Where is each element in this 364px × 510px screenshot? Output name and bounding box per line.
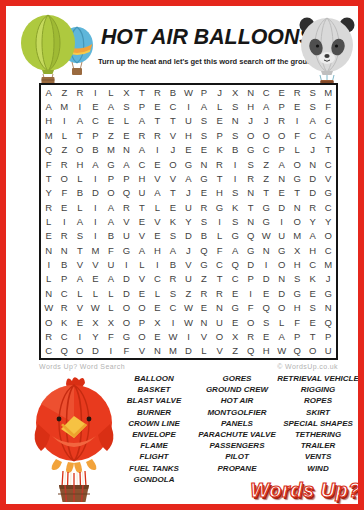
grid-cell: R: [196, 200, 212, 214]
grid-cell: A: [103, 214, 119, 228]
words-up-logo: Words Up?: [231, 479, 361, 502]
grid-cell: G: [258, 200, 274, 214]
grid-cell: M: [320, 85, 336, 99]
grid-cell: P: [274, 99, 290, 113]
grid-cell: A: [258, 99, 274, 113]
grid-cell: E: [196, 186, 212, 200]
grid-cell: Q: [57, 344, 73, 358]
hot-air-balloons-icon: [18, 14, 102, 86]
grid-cell: W: [181, 301, 197, 315]
grid-cell: W: [88, 301, 104, 315]
grid-cell: Y: [305, 214, 321, 228]
grid-cell: A: [150, 186, 166, 200]
grid-cell: B: [88, 142, 104, 156]
grid-cell: F: [41, 157, 57, 171]
grid-cell: R: [41, 329, 57, 343]
grid-cell: A: [181, 171, 197, 185]
grid-cell: R: [150, 85, 166, 99]
grid-cell: P: [196, 85, 212, 99]
grid-cell: C: [41, 344, 57, 358]
grid-cell: L: [196, 344, 212, 358]
grid-cell: K: [57, 315, 73, 329]
grid-cell: E: [150, 229, 166, 243]
grid-cell: P: [134, 99, 150, 113]
grid-cell: Z: [227, 344, 243, 358]
grid-cell: D: [119, 286, 135, 300]
grid-cell: O: [41, 315, 57, 329]
grid-cell: E: [134, 286, 150, 300]
grid-cell: S: [305, 85, 321, 99]
grid-cell: L: [274, 315, 290, 329]
grid-cell: H: [212, 186, 228, 200]
grid-cell: P: [103, 171, 119, 185]
grid-cell: L: [150, 200, 166, 214]
grid-cell: G: [243, 142, 259, 156]
grid-cell: R: [57, 301, 73, 315]
grid-cell: F: [103, 243, 119, 257]
grid-cell: I: [181, 99, 197, 113]
grid-cell: E: [150, 329, 166, 343]
grid-cell: G: [103, 157, 119, 171]
word-list-item: TETHERING: [266, 429, 364, 440]
grid-cell: T: [134, 200, 150, 214]
grid-cell: N: [41, 286, 57, 300]
grid-cell: V: [181, 257, 197, 271]
grid-cell: S: [305, 99, 321, 113]
grid-cell: G: [289, 171, 305, 185]
grid-cell: O: [119, 315, 135, 329]
grid-cell: G: [320, 186, 336, 200]
grid-cell: I: [41, 257, 57, 271]
word-search-worksheet: HOT AIR BALLOONS Turn up the heat and le…: [0, 0, 364, 510]
grid-cell: N: [196, 315, 212, 329]
grid-cell: R: [289, 85, 305, 99]
grid-cell: D: [258, 272, 274, 286]
grid-cell: S: [305, 301, 321, 315]
grid-cell: H: [150, 243, 166, 257]
grid-cell: O: [274, 128, 290, 142]
grid-cell: F: [289, 315, 305, 329]
grid-cell: L: [72, 200, 88, 214]
grid-cell: V: [134, 229, 150, 243]
grid-cell: M: [41, 128, 57, 142]
grid-cell: Q: [119, 186, 135, 200]
grid-cell: M: [57, 99, 73, 113]
grid-cell: C: [134, 157, 150, 171]
grid-cell: G: [258, 214, 274, 228]
grid-cell: S: [119, 99, 135, 113]
grid-cell: O: [258, 128, 274, 142]
grid-cell: E: [227, 286, 243, 300]
grid-cell: N: [227, 114, 243, 128]
grid-cell: J: [305, 142, 321, 156]
grid-cell: V: [72, 301, 88, 315]
grid-cell: M: [103, 142, 119, 156]
grid-cell: N: [119, 142, 135, 156]
grid-cell: D: [181, 229, 197, 243]
grid-cell: V: [119, 214, 135, 228]
grid-cell: J: [165, 142, 181, 156]
grid-cell: N: [212, 301, 228, 315]
word-list-column-3: RETRIEVAL VEHICLERIGGINGROPESSKIRTSPECIA…: [266, 373, 364, 474]
grid-cell: G: [119, 243, 135, 257]
grid-cell: T: [320, 142, 336, 156]
grid-cell: T: [305, 329, 321, 343]
grid-cell: Z: [181, 286, 197, 300]
grid-cell: I: [103, 344, 119, 358]
grid-cell: J: [181, 243, 197, 257]
grid-cell: F: [57, 186, 73, 200]
grid-cell: C: [320, 243, 336, 257]
grid-cell: Z: [196, 272, 212, 286]
grid-cell: R: [165, 272, 181, 286]
grid-cell: Z: [103, 128, 119, 142]
word-list-item: ROPES: [266, 395, 364, 406]
grid-cell: C: [57, 329, 73, 343]
grid-cell: L: [212, 229, 228, 243]
grid-cell: S: [258, 315, 274, 329]
grid-cell: A: [88, 157, 104, 171]
grid-cell: O: [305, 344, 321, 358]
grid-cell: C: [305, 257, 321, 271]
grid-cell: E: [165, 200, 181, 214]
word-list-item: TRAILER: [266, 440, 364, 451]
grid-cell: C: [88, 114, 104, 128]
grid-cell: E: [274, 85, 290, 99]
grid-cell: E: [134, 214, 150, 228]
grid-cell: N: [274, 272, 290, 286]
grid-cell: P: [212, 128, 228, 142]
grid-cell: R: [119, 200, 135, 214]
grid-cell: V: [212, 344, 228, 358]
grid-cell: L: [57, 128, 73, 142]
grid-cell: U: [134, 186, 150, 200]
grid-cell: N: [150, 344, 166, 358]
grid-cell: T: [165, 186, 181, 200]
grid-cell: X: [227, 329, 243, 343]
grid-cell: C: [165, 301, 181, 315]
grid-cell: G: [243, 243, 259, 257]
grid-cell: T: [41, 171, 57, 185]
grid-cell: W: [181, 315, 197, 329]
grid-cell: I: [57, 214, 73, 228]
grid-cell: O: [134, 329, 150, 343]
grid-cell: C: [305, 128, 321, 142]
grid-cell: E: [57, 200, 73, 214]
grid-cell: O: [274, 257, 290, 271]
grid-cell: N: [320, 301, 336, 315]
grid-cell: N: [274, 171, 290, 185]
word-list-item: SPECIAL SHAPES: [266, 418, 364, 429]
grid-cell: E: [212, 114, 228, 128]
grid-cell: E: [88, 272, 104, 286]
grid-cell: H: [41, 114, 57, 128]
grid-cell: I: [150, 142, 166, 156]
grid-cell: R: [150, 128, 166, 142]
grid-cell: V: [165, 128, 181, 142]
grid-cell: O: [243, 315, 259, 329]
grid-cell: E: [196, 301, 212, 315]
grid-cell: A: [103, 200, 119, 214]
grid-cell: I: [88, 85, 104, 99]
grid-cell: I: [227, 171, 243, 185]
grid-cell: O: [57, 171, 73, 185]
grid-cell: U: [181, 200, 197, 214]
grid-cell: S: [227, 186, 243, 200]
grid-cell: E: [150, 157, 166, 171]
grid-cell: R: [196, 286, 212, 300]
grid-cell: D: [305, 171, 321, 185]
grid-cell: I: [88, 229, 104, 243]
grid-cell: I: [243, 286, 259, 300]
grid-cell: M: [88, 243, 104, 257]
grid-cell: V: [134, 272, 150, 286]
grid-cell: E: [181, 142, 197, 156]
grid-cell: J: [320, 272, 336, 286]
grid-cell: M: [320, 257, 336, 271]
grid-cell: A: [196, 99, 212, 113]
grid-cell: S: [196, 114, 212, 128]
grid-cell: A: [119, 157, 135, 171]
grid-cell: T: [258, 186, 274, 200]
grid-cell: T: [165, 114, 181, 128]
grid-cell: Q: [227, 257, 243, 271]
grid-cell: E: [119, 128, 135, 142]
grid-cell: C: [258, 85, 274, 99]
grid-cell: E: [258, 329, 274, 343]
grid-cell: F: [243, 301, 259, 315]
grid-cell: V: [134, 344, 150, 358]
grid-cell: T: [150, 114, 166, 128]
grid-cell: O: [165, 157, 181, 171]
grid-cell: N: [243, 186, 259, 200]
grid-cell: G: [289, 286, 305, 300]
grid-cell: U: [181, 272, 197, 286]
grid-cell: K: [165, 214, 181, 228]
word-list-item: RIGGING: [266, 384, 364, 395]
grid-cell: N: [57, 243, 73, 257]
grid-cell: J: [181, 186, 197, 200]
grid-cell: J: [212, 85, 228, 99]
grid-cell: Q: [258, 301, 274, 315]
grid-cell: X: [150, 315, 166, 329]
grid-cell: I: [88, 200, 104, 214]
grid-cell: T: [243, 200, 259, 214]
grid-cell: Y: [88, 329, 104, 343]
grid-cell: K: [227, 200, 243, 214]
grid-cell: I: [289, 114, 305, 128]
grid-cell: E: [305, 315, 321, 329]
grid-cell: N: [243, 85, 259, 99]
grid-cell: J: [258, 114, 274, 128]
grid-cell: Q: [243, 229, 259, 243]
grid-cell: I: [165, 315, 181, 329]
grid-cell: B: [72, 186, 88, 200]
grid-cell: S: [243, 157, 259, 171]
grid-cell: T: [134, 85, 150, 99]
grid-cell: Y: [181, 214, 197, 228]
grid-cell: G: [119, 329, 135, 343]
grid-cell: X: [88, 315, 104, 329]
grid-cell: L: [72, 286, 88, 300]
grid-cell: C: [320, 157, 336, 171]
grid-cell: L: [103, 85, 119, 99]
grid-cell: D: [274, 200, 290, 214]
grid-cell: B: [227, 142, 243, 156]
grid-cell: X: [119, 85, 135, 99]
grid-cell: J: [243, 114, 259, 128]
grid-cell: H: [258, 344, 274, 358]
grid-cell: E: [274, 186, 290, 200]
grid-cell: U: [212, 315, 228, 329]
grid-cell: O: [289, 214, 305, 228]
grid-cell: N: [41, 243, 57, 257]
grid-cell: W: [181, 85, 197, 99]
grid-cell: U: [119, 229, 135, 243]
grid-cell: O: [274, 301, 290, 315]
grid-cell: C: [320, 200, 336, 214]
grid-cell: R: [305, 200, 321, 214]
grid-cell: S: [196, 214, 212, 228]
grid-cell: D: [119, 272, 135, 286]
grid-cell: A: [227, 243, 243, 257]
grid-cell: T: [212, 171, 228, 185]
grid-cell: G: [181, 157, 197, 171]
grid-cell: O: [119, 301, 135, 315]
grid-cell: Z: [57, 85, 73, 99]
grid-cell: L: [88, 286, 104, 300]
grid-cell: V: [72, 257, 88, 271]
grid-cell: Y: [41, 186, 57, 200]
grid-cell: F: [320, 99, 336, 113]
grid-cell: L: [289, 142, 305, 156]
grid-cell: M: [165, 344, 181, 358]
grid-cell: H: [289, 257, 305, 271]
grid-cell: O: [243, 128, 259, 142]
grid-cell: A: [305, 229, 321, 243]
grid-cell: O: [103, 186, 119, 200]
grid-cell: L: [41, 272, 57, 286]
grid-cell: A: [134, 142, 150, 156]
grid-cell: X: [103, 315, 119, 329]
grid-cell: M: [289, 229, 305, 243]
grid-cell: L: [134, 257, 150, 271]
grid-cell: I: [57, 114, 73, 128]
grid-cell: E: [103, 114, 119, 128]
grid-cell: A: [165, 243, 181, 257]
word-list-item: RETRIEVAL VEHICLE: [266, 373, 364, 384]
grid-cell: O: [72, 142, 88, 156]
grid-cell: I: [88, 214, 104, 228]
grid-cell: R: [72, 85, 88, 99]
grid-cell: P: [134, 315, 150, 329]
grid-cell: L: [41, 214, 57, 228]
grid-cell: A: [320, 128, 336, 142]
grid-cell: Q: [289, 344, 305, 358]
grid-cell: G: [212, 200, 228, 214]
credit-right: © WordsUp.co.uk: [277, 363, 338, 370]
word-list-item: GONDOLA: [102, 474, 206, 485]
grid-cell: C: [227, 272, 243, 286]
grid-cell: I: [150, 257, 166, 271]
grid-cell: L: [119, 114, 135, 128]
grid-cell: E: [227, 315, 243, 329]
grid-cell: T: [72, 128, 88, 142]
grid-cell: E: [88, 99, 104, 113]
grid-cell: G: [227, 301, 243, 315]
grid-cell: S: [227, 99, 243, 113]
grid-cell: D: [181, 344, 197, 358]
grid-cell: C: [150, 272, 166, 286]
word-search-grid: AZRILXTRBWPJXNCERSMAMIEASPECIALSHAPESFHI…: [39, 83, 338, 360]
grid-cell: E: [72, 315, 88, 329]
grid-cell: H: [243, 99, 259, 113]
grid-cell: B: [165, 257, 181, 271]
grid-cell: U: [274, 229, 290, 243]
grid-cell: R: [212, 157, 228, 171]
grid-cell: S: [196, 128, 212, 142]
grid-cell: S: [165, 286, 181, 300]
grid-cell: O: [212, 329, 228, 343]
grid-cell: F: [212, 243, 228, 257]
grid-cell: F: [103, 329, 119, 343]
grid-cell: D: [88, 186, 104, 200]
grid-cell: V: [165, 171, 181, 185]
grid-cell: A: [72, 214, 88, 228]
grid-cell: S: [289, 272, 305, 286]
grid-cell: U: [181, 114, 197, 128]
grid-cell: A: [103, 272, 119, 286]
grid-cell: Z: [57, 142, 73, 156]
grid-cell: A: [274, 157, 290, 171]
grid-cell: S: [227, 214, 243, 228]
grid-cell: I: [181, 329, 197, 343]
grid-cell: A: [72, 114, 88, 128]
grid-cell: I: [72, 329, 88, 343]
grid-cell: A: [41, 99, 57, 113]
grid-cell: E: [150, 99, 166, 113]
grid-cell: I: [72, 99, 88, 113]
grid-cell: L: [72, 171, 88, 185]
grid-cell: F: [119, 344, 135, 358]
page-subtitle: Turn up the heat and let's get this word…: [98, 57, 294, 66]
grid-cell: K: [305, 272, 321, 286]
grid-cell: B: [57, 257, 73, 271]
grid-cell: N: [196, 157, 212, 171]
grid-cell: N: [258, 243, 274, 257]
grid-cell: B: [165, 85, 181, 99]
grid-cell: C: [57, 286, 73, 300]
grid-cell: R: [274, 114, 290, 128]
grid-cell: Q: [196, 243, 212, 257]
grid-cell: C: [258, 142, 274, 156]
grid-cell: G: [227, 229, 243, 243]
grid-cell: C: [320, 114, 336, 128]
grid-cell: Z: [258, 171, 274, 185]
grid-cell: N: [243, 214, 259, 228]
grid-cell: V: [150, 214, 166, 228]
grid-cell: U: [320, 344, 336, 358]
grid-cell: I: [258, 257, 274, 271]
grid-cell: X: [227, 85, 243, 99]
grid-cell: W: [274, 344, 290, 358]
grid-cell: K: [212, 142, 228, 156]
grid-cell: H: [181, 128, 197, 142]
grid-cell: L: [103, 286, 119, 300]
grid-cell: Z: [258, 157, 274, 171]
grid-cell: B: [196, 229, 212, 243]
grid-cell: G: [196, 171, 212, 185]
